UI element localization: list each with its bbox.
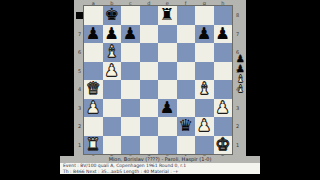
square-f6[interactable] [177, 43, 196, 62]
square-c7[interactable]: ♟ [121, 25, 140, 44]
square-f3[interactable] [177, 99, 196, 118]
square-e3[interactable]: ♟ [158, 99, 177, 118]
square-b7[interactable]: ♟ [103, 25, 122, 44]
square-d5[interactable] [140, 62, 159, 81]
game-info-caption: Event : BV/100 quali A, Copenhagen 1961 … [60, 163, 260, 174]
square-c8[interactable] [121, 6, 140, 25]
square-f4[interactable] [177, 80, 196, 99]
white-queen-a4[interactable]: ♛ [86, 80, 101, 99]
black-pawn-a7[interactable]: ♟ [86, 25, 101, 44]
square-a5[interactable] [84, 62, 103, 81]
square-c4[interactable] [121, 80, 140, 99]
square-h5[interactable] [214, 62, 233, 81]
rank-label-5: 5 [76, 62, 83, 81]
rank-label-4: 4 [76, 80, 83, 99]
square-h7[interactable]: ♟ [214, 25, 233, 44]
square-g3[interactable] [195, 99, 214, 118]
video-frame: abcdefgh abcdefgh 87654321 87654321 ♚♜♟♟… [60, 0, 260, 180]
square-h1[interactable]: ♚ [214, 136, 233, 155]
square-g4[interactable]: ♝ [195, 80, 214, 99]
square-a6[interactable] [84, 43, 103, 62]
square-h8[interactable] [214, 6, 233, 25]
square-b1[interactable] [103, 136, 122, 155]
square-f7[interactable] [177, 25, 196, 44]
rank-labels-left: 87654321 [76, 6, 83, 154]
square-h3[interactable]: ♟ [214, 99, 233, 118]
square-d1[interactable] [140, 136, 159, 155]
square-a4[interactable]: ♛ [84, 80, 103, 99]
square-c6[interactable] [121, 43, 140, 62]
square-e5[interactable] [158, 62, 177, 81]
square-c2[interactable] [121, 117, 140, 136]
square-c1[interactable] [121, 136, 140, 155]
rank-label-6: 6 [76, 43, 83, 62]
square-h4[interactable] [214, 80, 233, 99]
rank-label-1: 1 [234, 136, 241, 155]
square-d2[interactable] [140, 117, 159, 136]
square-d7[interactable] [140, 25, 159, 44]
black-rook-e8[interactable]: ♜ [160, 6, 175, 25]
square-h2[interactable] [214, 117, 233, 136]
square-g2[interactable]: ♟ [195, 117, 214, 136]
black-pawn-b7[interactable]: ♟ [104, 25, 119, 44]
rank-label-1: 1 [76, 136, 83, 155]
square-h6[interactable] [214, 43, 233, 62]
white-rook-a1[interactable]: ♜ [86, 136, 101, 155]
rank-label-3: 3 [234, 99, 241, 118]
square-e6[interactable] [158, 43, 177, 62]
rank-label-2: 2 [234, 117, 241, 136]
white-king-h1[interactable]: ♚ [215, 136, 230, 155]
square-f8[interactable] [177, 6, 196, 25]
square-a2[interactable] [84, 117, 103, 136]
white-pawn-a3[interactable]: ♟ [86, 99, 101, 118]
square-g5[interactable] [195, 62, 214, 81]
chess-window: abcdefgh abcdefgh 87654321 87654321 ♚♜♟♟… [74, 0, 246, 158]
square-e2[interactable] [158, 117, 177, 136]
square-e1[interactable] [158, 136, 177, 155]
square-g8[interactable] [195, 6, 214, 25]
rank-label-3: 3 [76, 99, 83, 118]
black-king-b8[interactable]: ♚ [104, 6, 119, 25]
square-a7[interactable]: ♟ [84, 25, 103, 44]
white-bishop-b6[interactable]: ♝ [104, 43, 119, 62]
square-f2[interactable]: ♛ [177, 117, 196, 136]
captured-material-tray: ♟♟♝♝ [235, 54, 246, 94]
square-a8[interactable] [84, 6, 103, 25]
square-b3[interactable] [103, 99, 122, 118]
square-e7[interactable] [158, 25, 177, 44]
white-pawn-b5[interactable]: ♟ [104, 62, 119, 81]
square-a1[interactable]: ♜ [84, 136, 103, 155]
square-g1[interactable] [195, 136, 214, 155]
square-c5[interactable] [121, 62, 140, 81]
square-a3[interactable]: ♟ [84, 99, 103, 118]
square-f1[interactable] [177, 136, 196, 155]
black-pawn-g7[interactable]: ♟ [197, 25, 212, 44]
square-b2[interactable] [103, 117, 122, 136]
black-pawn-e3[interactable]: ♟ [160, 99, 175, 118]
square-f5[interactable] [177, 62, 196, 81]
square-d3[interactable] [140, 99, 159, 118]
square-d4[interactable] [140, 80, 159, 99]
square-b6[interactable]: ♝ [103, 43, 122, 62]
black-pawn-h7[interactable]: ♟ [215, 25, 230, 44]
game-meta-line: Th : B466 Next : 35...axb5 Length : 40 M… [60, 169, 260, 175]
rank-label-8: 8 [234, 6, 241, 25]
black-pawn-c7[interactable]: ♟ [123, 25, 138, 44]
rank-label-2: 2 [76, 117, 83, 136]
square-g6[interactable] [195, 43, 214, 62]
square-b4[interactable] [103, 80, 122, 99]
square-b5[interactable]: ♟ [103, 62, 122, 81]
square-g7[interactable]: ♟ [195, 25, 214, 44]
white-bishop-g4[interactable]: ♝ [197, 80, 212, 99]
square-e8[interactable]: ♜ [158, 6, 177, 25]
square-d6[interactable] [140, 43, 159, 62]
black-to-move-indicator [76, 12, 83, 19]
white-pawn-g2[interactable]: ♟ [197, 117, 212, 136]
square-b8[interactable]: ♚ [103, 6, 122, 25]
white-bishop-tray-icon: ♝ [236, 84, 245, 94]
white-pawn-h3[interactable]: ♟ [215, 99, 230, 118]
square-e4[interactable] [158, 80, 177, 99]
game-players-caption: Mion, Borislav (????) - Paroli, Haspir (… [60, 156, 260, 163]
square-c3[interactable] [121, 99, 140, 118]
rank-label-7: 7 [76, 25, 83, 44]
square-d8[interactable] [140, 6, 159, 25]
rank-label-7: 7 [234, 25, 241, 44]
black-queen-f2[interactable]: ♛ [178, 117, 193, 136]
chess-board[interactable]: ♚♜♟♟♟♟♟♝♟♛♝♟♟♟♛♟♜♚ [84, 6, 232, 154]
